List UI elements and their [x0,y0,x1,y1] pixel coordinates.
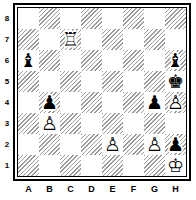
square-b8[interactable] [39,8,60,29]
white-king[interactable]: ♚♔ [165,155,186,176]
black-bishop-glyph: ♝ [165,50,186,71]
square-a3[interactable] [18,113,39,134]
square-d4[interactable] [81,92,102,113]
square-f5[interactable] [123,71,144,92]
square-g7[interactable] [144,29,165,50]
square-h3[interactable] [165,113,186,134]
square-d5[interactable] [81,71,102,92]
black-king-glyph: ♚ [165,71,186,92]
square-d6[interactable] [81,50,102,71]
white-pawn[interactable]: ♟♙ [144,134,165,155]
square-a8[interactable] [18,8,39,29]
square-c2[interactable] [60,134,81,155]
square-e4[interactable] [102,92,123,113]
square-f2[interactable] [123,134,144,155]
file-label-a: A [18,184,39,194]
rank-label-4: 4 [1,92,13,113]
white-pawn-outline: ♙ [39,113,60,134]
white-rook[interactable]: ♜♖ [60,29,81,50]
white-king-outline: ♔ [165,155,186,176]
square-c8[interactable] [60,8,81,29]
chess-board: ♜♖♝♝♚♟♟♟♙♟♙♟♙♟♙♟♚♔ [17,7,187,177]
square-d3[interactable] [81,113,102,134]
black-bishop-glyph: ♝ [18,50,39,71]
square-a6[interactable]: ♝ [18,50,39,71]
square-b1[interactable] [39,155,60,176]
file-labels: ABCDEFGH [13,181,191,197]
square-b7[interactable] [39,29,60,50]
square-f7[interactable] [123,29,144,50]
white-pawn-outline: ♙ [165,92,186,113]
square-d1[interactable] [81,155,102,176]
chess-board-frame: ♜♖♝♝♚♟♟♟♙♟♙♟♙♟♙♟♚♔ [13,3,191,181]
square-e5[interactable] [102,71,123,92]
square-b2[interactable] [39,134,60,155]
rank-label-6: 6 [1,50,13,71]
square-f8[interactable] [123,8,144,29]
square-a2[interactable] [18,134,39,155]
file-label-g: G [144,184,165,194]
square-h4[interactable]: ♟♙ [165,92,186,113]
square-e6[interactable] [102,50,123,71]
square-g2[interactable]: ♟♙ [144,134,165,155]
square-h6[interactable]: ♝ [165,50,186,71]
square-e3[interactable] [102,113,123,134]
white-pawn[interactable]: ♟♙ [102,134,123,155]
square-d8[interactable] [81,8,102,29]
square-f4[interactable] [123,92,144,113]
white-rook-outline: ♖ [60,29,81,50]
square-g4[interactable]: ♟ [144,92,165,113]
square-h1[interactable]: ♚♔ [165,155,186,176]
white-pawn-outline: ♙ [144,134,165,155]
square-b4[interactable]: ♟ [39,92,60,113]
square-g1[interactable] [144,155,165,176]
black-king[interactable]: ♚ [165,71,186,92]
square-c3[interactable] [60,113,81,134]
square-h2[interactable]: ♟ [165,134,186,155]
white-pawn[interactable]: ♟♙ [165,92,186,113]
rank-label-1: 1 [1,155,13,176]
black-pawn[interactable]: ♟ [165,134,186,155]
rank-labels: 87654321 [1,3,13,181]
file-label-f: F [123,184,144,194]
rank-label-5: 5 [1,71,13,92]
file-label-h: H [165,184,186,194]
black-bishop[interactable]: ♝ [18,50,39,71]
square-g6[interactable] [144,50,165,71]
file-label-c: C [60,184,81,194]
square-b3[interactable]: ♟♙ [39,113,60,134]
white-pawn[interactable]: ♟♙ [39,113,60,134]
square-c1[interactable] [60,155,81,176]
black-pawn-glyph: ♟ [39,92,60,113]
chess-diagram-page: 87654321 ♜♖♝♝♚♟♟♟♙♟♙♟♙♟♙♟♚♔ ABCDEFGH [0,0,196,200]
square-a7[interactable] [18,29,39,50]
black-pawn[interactable]: ♟ [144,92,165,113]
rank-label-2: 2 [1,134,13,155]
square-f6[interactable] [123,50,144,71]
square-h8[interactable] [165,8,186,29]
square-a4[interactable] [18,92,39,113]
file-label-e: E [102,184,123,194]
square-d2[interactable] [81,134,102,155]
file-label-d: D [81,184,102,194]
square-e7[interactable] [102,29,123,50]
square-f1[interactable] [123,155,144,176]
white-pawn-outline: ♙ [102,134,123,155]
square-a5[interactable] [18,71,39,92]
black-pawn-glyph: ♟ [144,92,165,113]
black-bishop[interactable]: ♝ [165,50,186,71]
rank-label-7: 7 [1,29,13,50]
square-g8[interactable] [144,8,165,29]
chess-diagram: 87654321 ♜♖♝♝♚♟♟♟♙♟♙♟♙♟♙♟♚♔ ABCDEFGH [1,3,196,197]
square-d7[interactable] [81,29,102,50]
rank-label-3: 3 [1,113,13,134]
file-label-b: B [39,184,60,194]
square-b5[interactable] [39,71,60,92]
square-b6[interactable] [39,50,60,71]
square-g3[interactable] [144,113,165,134]
square-e2[interactable]: ♟♙ [102,134,123,155]
square-f3[interactable] [123,113,144,134]
square-e8[interactable] [102,8,123,29]
square-e1[interactable] [102,155,123,176]
square-c5[interactable] [60,71,81,92]
square-h5[interactable]: ♚ [165,71,186,92]
square-a1[interactable] [18,155,39,176]
square-c6[interactable] [60,50,81,71]
rank-label-8: 8 [1,8,13,29]
square-c7[interactable]: ♜♖ [60,29,81,50]
black-pawn[interactable]: ♟ [39,92,60,113]
black-pawn-glyph: ♟ [165,134,186,155]
square-g5[interactable] [144,71,165,92]
square-h7[interactable] [165,29,186,50]
square-c4[interactable] [60,92,81,113]
